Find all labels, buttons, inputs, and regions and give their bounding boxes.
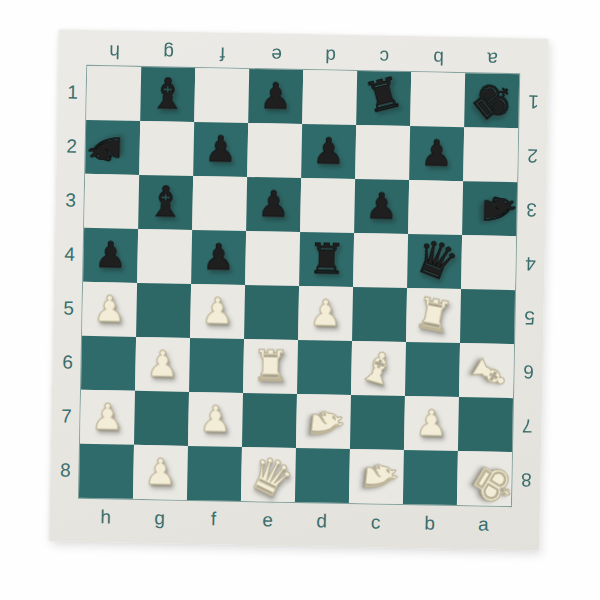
square-e8[interactable]: ♛ (241, 447, 296, 502)
square-d7[interactable]: ♞ (296, 394, 351, 449)
piece-white-pawn-g6[interactable]: ♟ (146, 346, 179, 383)
piece-black-bishop-g1[interactable]: ♝ (149, 73, 187, 116)
piece-black-pawn-c3[interactable]: ♟ (365, 188, 398, 225)
square-h2[interactable]: ♞ (85, 120, 140, 175)
rank-label-4: 4 (516, 236, 545, 291)
square-g1[interactable]: ♝ (140, 67, 195, 122)
file-label-f: f (186, 508, 240, 535)
piece-white-knight-c8[interactable]: ♞ (358, 456, 404, 498)
square-a4[interactable] (461, 235, 516, 290)
square-c8[interactable]: ♞ (349, 449, 404, 504)
square-d2[interactable]: ♟ (301, 124, 356, 179)
file-label-c: c (357, 41, 411, 68)
square-c1[interactable]: ♜ (356, 71, 411, 126)
file-label-f: f (195, 38, 249, 65)
piece-black-rook-d4[interactable]: ♜ (307, 238, 345, 281)
piece-white-pawn-b7[interactable]: ♟ (415, 405, 448, 442)
piece-black-knight-h2[interactable]: ♞ (84, 130, 127, 168)
piece-white-pawn-h7[interactable]: ♟ (91, 399, 124, 436)
square-f2[interactable]: ♟ (193, 122, 248, 177)
piece-white-pawn-f5[interactable]: ♟ (201, 293, 234, 330)
rank-label-2: 2 (518, 128, 547, 183)
square-g8[interactable]: ♟ (133, 445, 188, 500)
piece-white-pawn-h5[interactable]: ♟ (93, 291, 126, 328)
rank-label-5: 5 (515, 290, 544, 345)
rank-label-6: 6 (53, 335, 82, 390)
square-h8[interactable] (79, 444, 134, 499)
square-e7[interactable] (242, 393, 297, 448)
square-f3[interactable] (192, 176, 247, 231)
square-b8[interactable] (403, 450, 458, 505)
square-b6[interactable] (405, 342, 460, 397)
piece-white-rook-b5[interactable]: ♜ (411, 291, 456, 339)
file-label-d: d (294, 510, 348, 537)
square-f1[interactable] (194, 68, 249, 123)
file-label-d: d (303, 40, 357, 67)
square-a1[interactable]: ♚ (464, 73, 519, 128)
chess-mat: hgfedcba hgfedcba 12345678 12345678 ♝♟♜♚… (49, 29, 549, 550)
square-c3[interactable]: ♟ (354, 179, 409, 234)
piece-black-pawn-d2[interactable]: ♟ (312, 133, 345, 170)
file-labels-bottom: hgfedcba (78, 506, 510, 540)
rank-label-3: 3 (56, 173, 85, 228)
square-b4[interactable]: ♛ (407, 234, 462, 289)
file-label-e: e (249, 39, 303, 66)
square-d1[interactable] (302, 70, 357, 125)
piece-black-pawn-e3[interactable]: ♟ (257, 186, 290, 223)
piece-black-pawn-f2[interactable]: ♟ (204, 131, 237, 168)
square-e2[interactable] (247, 123, 302, 178)
piece-white-queen-e8[interactable]: ♛ (242, 445, 302, 507)
square-a8[interactable]: ♚ (457, 451, 512, 506)
square-f8[interactable] (187, 446, 242, 501)
rank-label-7: 7 (52, 389, 81, 444)
square-c6[interactable]: ♝ (351, 341, 406, 396)
square-h7[interactable]: ♟ (80, 390, 135, 445)
square-h4[interactable]: ♟ (83, 228, 138, 283)
file-label-e: e (240, 509, 294, 536)
square-e6[interactable]: ♜ (243, 339, 298, 394)
rank-label-1: 1 (58, 65, 87, 120)
square-e4[interactable] (245, 231, 300, 286)
square-d4[interactable]: ♜ (299, 232, 354, 287)
square-g5[interactable] (136, 283, 191, 338)
square-e3[interactable]: ♟ (246, 177, 301, 232)
square-b2[interactable]: ♟ (409, 126, 464, 181)
file-label-a: a (456, 513, 510, 540)
square-a6[interactable]: ♝ (459, 343, 514, 398)
square-f5[interactable]: ♟ (190, 284, 245, 339)
square-e1[interactable]: ♟ (248, 69, 303, 124)
file-label-h: h (87, 36, 141, 63)
square-b7[interactable]: ♟ (404, 396, 459, 451)
piece-black-pawn-h4[interactable]: ♟ (94, 237, 127, 274)
square-d8[interactable] (295, 448, 350, 503)
piece-white-pawn-f7[interactable]: ♟ (199, 401, 232, 438)
square-g4[interactable] (137, 229, 192, 284)
square-g3[interactable]: ♝ (138, 175, 193, 230)
piece-black-knight-a3[interactable]: ♞ (477, 190, 520, 228)
square-h1[interactable] (86, 66, 141, 121)
file-label-b: b (402, 512, 456, 539)
file-label-g: g (132, 507, 186, 534)
file-label-g: g (141, 37, 195, 64)
square-d6[interactable] (297, 340, 352, 395)
square-c5[interactable] (352, 287, 407, 342)
square-a5[interactable] (460, 289, 515, 344)
square-a7[interactable] (458, 397, 513, 452)
piece-white-rook-e6[interactable]: ♜ (251, 345, 289, 388)
square-g6[interactable]: ♟ (135, 337, 190, 392)
piece-black-bishop-g3[interactable]: ♝ (146, 181, 184, 224)
piece-black-queen-b4[interactable]: ♛ (408, 229, 465, 289)
square-c4[interactable] (353, 233, 408, 288)
square-h6[interactable] (81, 336, 136, 391)
file-label-h: h (78, 506, 132, 533)
piece-black-king-a1[interactable]: ♚ (461, 69, 525, 133)
square-g2[interactable] (139, 121, 194, 176)
square-g7[interactable] (134, 391, 189, 446)
piece-white-knight-d7[interactable]: ♞ (304, 403, 350, 445)
square-d5[interactable]: ♟ (298, 286, 353, 341)
square-a2[interactable] (463, 127, 518, 182)
rank-label-4: 4 (55, 227, 84, 282)
square-a3[interactable]: ♞ (462, 181, 517, 236)
piece-black-pawn-f4[interactable]: ♟ (202, 239, 235, 276)
square-f6[interactable] (189, 338, 244, 393)
piece-white-pawn-d5[interactable]: ♟ (309, 295, 342, 332)
square-b3[interactable] (408, 180, 463, 235)
square-h3[interactable] (84, 174, 139, 229)
square-c7[interactable] (350, 395, 405, 450)
square-e5[interactable] (244, 285, 299, 340)
square-f4[interactable]: ♟ (191, 230, 246, 285)
piece-black-pawn-e1[interactable]: ♟ (259, 78, 292, 115)
piece-black-pawn-b2[interactable]: ♟ (420, 135, 453, 172)
piece-white-pawn-g8[interactable]: ♟ (144, 454, 177, 491)
file-labels-top: hgfedcba (87, 36, 519, 70)
square-b1[interactable] (410, 72, 465, 127)
file-label-a: a (465, 43, 519, 70)
square-c2[interactable] (355, 125, 410, 180)
piece-white-bishop-c6[interactable]: ♝ (355, 343, 403, 394)
square-b5[interactable]: ♜ (406, 288, 461, 343)
square-f7[interactable]: ♟ (188, 392, 243, 447)
piece-black-rook-c1[interactable]: ♜ (360, 71, 407, 121)
file-label-c: c (348, 511, 402, 538)
board-grid: ♝♟♜♚♞♟♟♟♝♟♟♞♟♟♜♛♟♟♟♜♟♜♝♝♟♟♞♟♟♛♞♚ (79, 66, 519, 506)
square-h5[interactable]: ♟ (82, 282, 137, 337)
rank-label-8: 8 (51, 443, 80, 498)
square-d3[interactable] (300, 178, 355, 233)
rank-label-7: 7 (513, 398, 542, 453)
rank-label-5: 5 (54, 281, 83, 336)
file-label-b: b (411, 42, 465, 69)
piece-white-bishop-a6[interactable]: ♝ (462, 347, 517, 401)
